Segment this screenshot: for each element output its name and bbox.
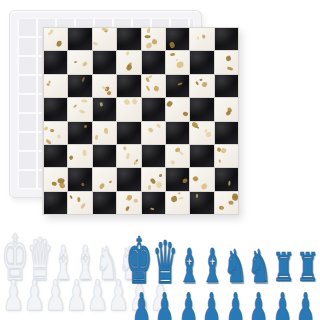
board-square bbox=[215, 51, 238, 73]
gold-flake bbox=[146, 28, 149, 34]
board-square bbox=[190, 122, 213, 144]
gold-flake bbox=[177, 61, 185, 68]
blue-pawn-piece: ♟ bbox=[227, 288, 244, 320]
gold-flake bbox=[125, 206, 129, 211]
board-square bbox=[93, 122, 116, 144]
board-square bbox=[190, 192, 213, 214]
blue-knight-piece: ♞ bbox=[226, 244, 245, 290]
board-square bbox=[215, 122, 238, 144]
board-square bbox=[142, 122, 165, 144]
gold-flake bbox=[109, 181, 113, 184]
board-square bbox=[166, 145, 189, 167]
blue-pawn-piece: ♟ bbox=[157, 288, 174, 320]
board-square bbox=[142, 75, 165, 97]
gold-flake bbox=[100, 102, 104, 107]
board-square bbox=[117, 145, 140, 167]
board-square bbox=[117, 192, 140, 214]
board-square bbox=[44, 122, 67, 144]
white-bishop-piece: ♝ bbox=[55, 240, 72, 287]
gold-flake bbox=[179, 151, 185, 156]
gold-flake bbox=[133, 198, 138, 203]
blue-pawn-row: ♟♟♟♟♟♟♟♟ bbox=[131, 290, 316, 317]
board-square bbox=[117, 28, 140, 50]
gold-flake bbox=[199, 78, 203, 81]
white-king-piece: ♚ bbox=[5, 225, 25, 289]
board-square bbox=[166, 122, 189, 144]
board-square bbox=[117, 75, 140, 97]
white-pawn-piece: ♟ bbox=[26, 275, 43, 317]
gold-flake bbox=[202, 81, 208, 87]
gold-flake bbox=[154, 181, 162, 189]
white-pawn-row: ♟♟♟♟♟♟♟♟ bbox=[3, 278, 165, 307]
board-square bbox=[215, 145, 238, 167]
gold-flake bbox=[232, 193, 238, 200]
gold-flake bbox=[46, 139, 52, 144]
blue-pawn-piece: ♟ bbox=[274, 288, 291, 320]
gold-flake bbox=[202, 35, 206, 39]
board-square bbox=[166, 168, 189, 190]
board-square bbox=[190, 51, 213, 73]
blue-pawn-piece: ♟ bbox=[250, 288, 267, 320]
board-square bbox=[166, 75, 189, 97]
blue-pawn-piece: ♟ bbox=[203, 288, 220, 320]
white-pawn-piece: ♟ bbox=[89, 275, 106, 317]
gold-flake bbox=[99, 182, 106, 190]
board-square bbox=[190, 28, 213, 50]
board-square bbox=[93, 98, 116, 120]
gold-flake bbox=[82, 77, 86, 82]
gold-flake bbox=[183, 178, 189, 183]
gold-flake bbox=[196, 37, 199, 40]
board-square bbox=[44, 145, 67, 167]
gold-flake bbox=[159, 174, 162, 178]
white-pawn-piece: ♟ bbox=[68, 275, 85, 317]
gold-flake bbox=[152, 39, 158, 44]
gold-flake bbox=[103, 127, 108, 133]
white-bishop-piece: ♝ bbox=[77, 240, 94, 287]
gold-flake bbox=[82, 61, 89, 67]
board-square bbox=[68, 168, 91, 190]
gold-flake bbox=[125, 63, 133, 71]
gold-flake bbox=[218, 159, 221, 163]
gold-flake bbox=[124, 99, 131, 106]
board-square bbox=[44, 51, 67, 73]
gold-flake bbox=[56, 41, 61, 47]
gold-flake bbox=[227, 66, 233, 71]
blue-pawn-piece: ♟ bbox=[133, 288, 150, 320]
gold-flake bbox=[74, 61, 77, 63]
gold-flake bbox=[125, 52, 129, 56]
board-square bbox=[142, 145, 165, 167]
gold-flake bbox=[107, 90, 112, 95]
gold-flake bbox=[127, 195, 132, 200]
blue-rook-piece: ♜ bbox=[274, 247, 293, 287]
gold-flake bbox=[73, 104, 77, 109]
white-pawn-piece: ♟ bbox=[152, 275, 169, 317]
chess-board bbox=[43, 27, 239, 215]
board-square bbox=[68, 192, 91, 214]
gold-flake bbox=[126, 153, 130, 160]
gold-flake bbox=[48, 28, 54, 34]
gold-flake bbox=[148, 185, 151, 190]
board-square bbox=[190, 75, 213, 97]
gold-flake bbox=[95, 135, 99, 140]
board-square bbox=[215, 168, 238, 190]
gold-flake bbox=[170, 196, 177, 203]
board-square bbox=[93, 75, 116, 97]
board-square bbox=[142, 192, 165, 214]
gold-flake bbox=[81, 99, 88, 102]
white-pawn-piece: ♟ bbox=[131, 275, 148, 317]
gold-flake bbox=[206, 132, 212, 138]
gold-flake bbox=[123, 146, 126, 150]
gold-flake bbox=[69, 194, 73, 198]
board-square bbox=[117, 51, 140, 73]
gold-flake bbox=[48, 80, 51, 84]
blue-rook-piece: ♜ bbox=[298, 247, 317, 287]
board-square bbox=[142, 98, 165, 120]
board-square bbox=[93, 168, 116, 190]
gold-flake bbox=[228, 181, 231, 186]
gold-flake bbox=[178, 81, 184, 85]
gold-flake bbox=[77, 196, 81, 202]
board-square bbox=[68, 75, 91, 97]
board-square bbox=[166, 192, 189, 214]
board-square bbox=[142, 168, 165, 190]
blue-pawn-piece: ♟ bbox=[180, 288, 197, 320]
board-square bbox=[215, 75, 238, 97]
gold-flake bbox=[93, 42, 99, 47]
board-square bbox=[44, 75, 67, 97]
board-square bbox=[93, 51, 116, 73]
board-square bbox=[190, 145, 213, 167]
gold-flake bbox=[226, 55, 232, 61]
gold-flake bbox=[183, 112, 189, 117]
gold-flake bbox=[49, 128, 54, 132]
board-square bbox=[93, 145, 116, 167]
board-square bbox=[68, 98, 91, 120]
gold-flake bbox=[156, 123, 162, 128]
gold-flake bbox=[79, 203, 86, 210]
board-square bbox=[93, 192, 116, 214]
board-square bbox=[44, 28, 67, 50]
board-square bbox=[44, 98, 67, 120]
board-square bbox=[44, 168, 67, 190]
blue-knight-piece: ♞ bbox=[250, 244, 269, 290]
product-photo: ♚♛♝♝♞♞ ♟♟♟♟♟♟♟♟ ♚♛♝♝♞♞♜♜ ♟♟♟♟♟♟♟♟ bbox=[0, 0, 320, 320]
blue-king-piece: ♚ bbox=[129, 228, 149, 292]
white-piece-back-row: ♚♛♝♝♞♞ bbox=[2, 235, 128, 275]
gold-flake bbox=[147, 127, 154, 134]
white-pawn-piece: ♟ bbox=[47, 275, 64, 317]
blue-bishop-piece: ♝ bbox=[181, 243, 198, 290]
board-square bbox=[166, 28, 189, 50]
gold-flake bbox=[166, 100, 173, 108]
white-knight-piece: ♞ bbox=[98, 241, 117, 287]
board-square bbox=[68, 51, 91, 73]
gold-flake bbox=[196, 194, 198, 198]
gold-flake bbox=[153, 86, 160, 93]
board-square bbox=[142, 28, 165, 50]
board-square bbox=[215, 192, 238, 214]
blue-pawn-piece: ♟ bbox=[297, 288, 314, 320]
board-square bbox=[68, 122, 91, 144]
blue-bishop-piece: ♝ bbox=[204, 243, 221, 290]
gold-flake bbox=[84, 124, 87, 128]
gold-flake bbox=[144, 35, 150, 38]
gold-flake bbox=[82, 149, 87, 155]
gold-flake bbox=[179, 197, 184, 200]
gold-flake bbox=[195, 81, 199, 86]
blue-piece-back-row: ♚♛♝♝♞♞♜♜ bbox=[126, 238, 319, 278]
gold-flake bbox=[170, 53, 175, 56]
blue-queen-piece: ♛ bbox=[156, 233, 174, 292]
gold-flake bbox=[178, 192, 181, 195]
board-square bbox=[166, 51, 189, 73]
gold-flake bbox=[169, 42, 176, 49]
gold-flake bbox=[229, 200, 234, 204]
board-square bbox=[142, 51, 165, 73]
board-square bbox=[117, 168, 140, 190]
gold-flake bbox=[192, 175, 199, 182]
board-square bbox=[68, 28, 91, 50]
board-square bbox=[190, 98, 213, 120]
gold-flake bbox=[57, 134, 61, 139]
gold-flake bbox=[131, 98, 138, 105]
white-queen-piece: ♛ bbox=[31, 230, 49, 289]
gold-flake bbox=[51, 182, 57, 186]
gold-flake bbox=[218, 206, 224, 211]
gold-flake bbox=[44, 126, 49, 130]
board-square bbox=[117, 122, 140, 144]
gold-flake bbox=[145, 85, 150, 91]
board-square bbox=[117, 98, 140, 120]
board-square bbox=[93, 28, 116, 50]
white-pawn-piece: ♟ bbox=[110, 275, 127, 317]
gold-flake bbox=[201, 182, 209, 189]
gold-flake bbox=[81, 182, 85, 186]
board-square bbox=[166, 98, 189, 120]
gold-flake bbox=[68, 155, 73, 161]
gold-flake bbox=[170, 161, 175, 166]
board-square bbox=[215, 28, 238, 50]
board-square bbox=[190, 168, 213, 190]
board-square bbox=[44, 192, 67, 214]
board-square bbox=[215, 98, 238, 120]
board-square bbox=[68, 145, 91, 167]
white-pawn-piece: ♟ bbox=[5, 275, 22, 317]
gold-flake bbox=[78, 109, 84, 114]
white-knight-piece: ♞ bbox=[121, 241, 140, 287]
gold-flake bbox=[150, 208, 154, 211]
